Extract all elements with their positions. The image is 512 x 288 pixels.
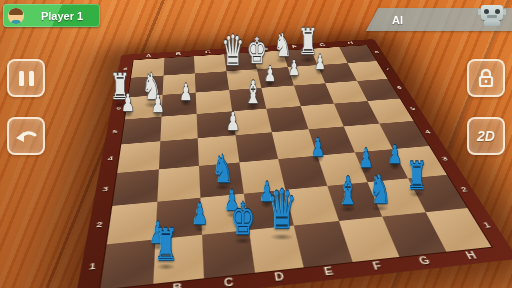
piece-silver-pawn-f7[interactable]: ♟ xyxy=(264,64,276,85)
square-a5[interactable] xyxy=(121,117,161,145)
ai-badge: AI xyxy=(366,8,506,31)
player1-avatar-icon xyxy=(8,8,24,24)
ai-name: AI xyxy=(392,14,403,26)
piece-blue-pawn-e5[interactable]: ♟ xyxy=(311,135,325,160)
square-b3[interactable] xyxy=(157,166,201,202)
unlock-icon xyxy=(476,68,496,88)
piece-blue-knight-c4[interactable]: ♞ xyxy=(212,150,233,188)
piece-blue-queen-d2[interactable]: ♛ xyxy=(267,183,297,237)
piece-silver-pawn-c7[interactable]: ♟ xyxy=(180,81,193,104)
piece-blue-king-c2[interactable]: ♚ xyxy=(231,197,255,241)
piece-blue-rook-a1[interactable]: ♜ xyxy=(154,223,178,267)
piece-silver-queen-e8[interactable]: ♛ xyxy=(221,30,244,72)
2d-label: 2D xyxy=(477,128,495,144)
robot-avatar-icon xyxy=(480,5,504,27)
square-a3[interactable] xyxy=(112,169,158,206)
player1-badge: Player 1 xyxy=(3,4,100,27)
piece-blue-knight-g2[interactable]: ♞ xyxy=(369,169,391,209)
piece-silver-pawn-d6[interactable]: ♟ xyxy=(226,109,240,134)
piece-blue-pawn-b3[interactable]: ♟ xyxy=(192,200,208,229)
square-b8[interactable] xyxy=(163,56,195,75)
piece-blue-rook-h2[interactable]: ♜ xyxy=(406,157,427,195)
piece-blue-bishop-f2[interactable]: ♝ xyxy=(337,172,358,210)
piece-silver-pawn-b7[interactable]: ♟ xyxy=(151,92,164,116)
chess-app-screen: AABBCCDDEEFFGGHH8877665544332211 ♜♞♛♚♞♜♟… xyxy=(0,0,512,288)
2d-view-button[interactable]: 2D xyxy=(467,117,505,155)
square-b5[interactable] xyxy=(160,114,198,141)
player1-name: Player 1 xyxy=(24,10,100,22)
square-b4[interactable] xyxy=(158,138,199,169)
piece-silver-pawn-g7[interactable]: ♟ xyxy=(288,58,300,79)
piece-silver-pawn-a7[interactable]: ♟ xyxy=(121,91,134,115)
undo-button[interactable] xyxy=(7,117,45,155)
square-a4[interactable] xyxy=(117,141,160,173)
piece-silver-bishop-e6[interactable]: ♝ xyxy=(244,77,261,108)
square-d4[interactable] xyxy=(235,132,278,162)
pause-button[interactable] xyxy=(7,59,45,97)
square-a1[interactable] xyxy=(100,239,155,288)
undo-arrow-icon xyxy=(15,127,37,145)
lock-button[interactable] xyxy=(467,59,505,97)
piece-blue-pawn-h3[interactable]: ♟ xyxy=(388,142,402,167)
piece-silver-pawn-h7[interactable]: ♟ xyxy=(314,52,325,72)
pause-icon xyxy=(19,71,34,86)
